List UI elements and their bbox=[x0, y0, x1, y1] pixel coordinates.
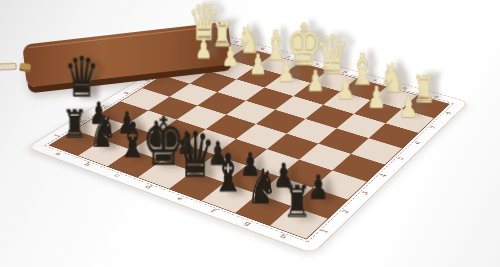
bag-seam bbox=[29, 25, 223, 48]
zipper-icon bbox=[4, 60, 31, 73]
zipper-pull-tab bbox=[0, 63, 17, 71]
chess-set-product-photo: ahbgcfdeedfcgbha8877665544332211 ♜♞♝♚♛♝♞… bbox=[0, 0, 500, 267]
zipper-slider bbox=[19, 63, 31, 72]
